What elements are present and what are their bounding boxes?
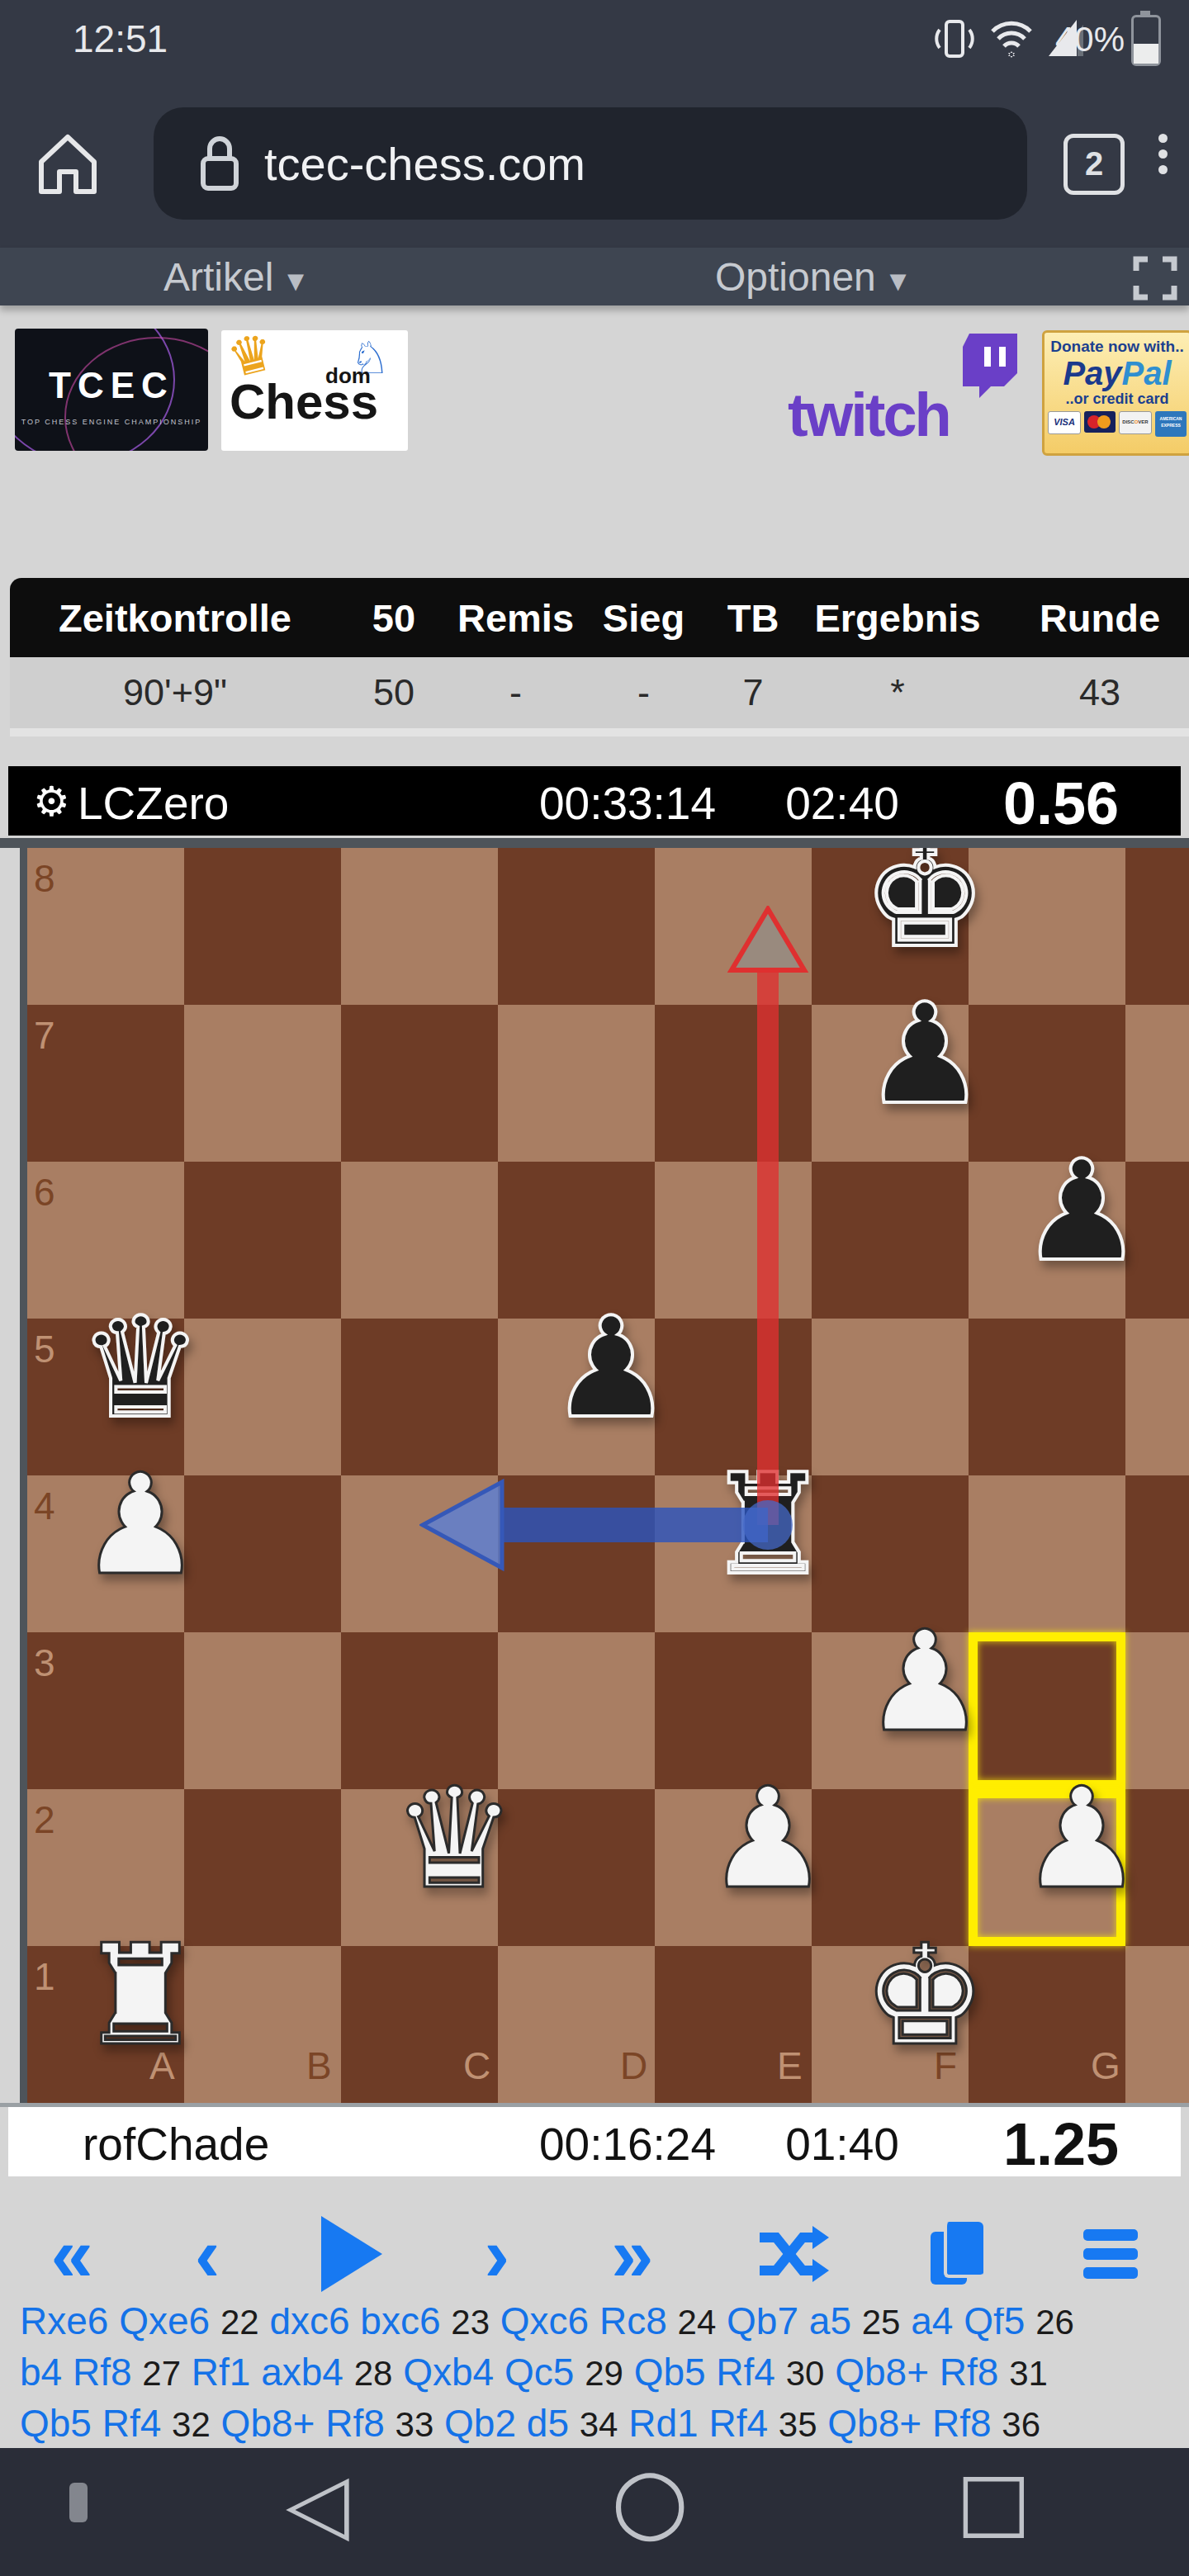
recents-button[interactable]: □ [956, 2455, 1031, 2547]
move-token[interactable]: Qb2 [444, 2402, 516, 2445]
move-token[interactable]: Rf8 [325, 2402, 385, 2445]
visa-icon: VISA [1048, 411, 1081, 434]
fullscreen-icon[interactable] [1133, 256, 1177, 301]
piece-white-pawn-e2[interactable]: ♟ [689, 1760, 846, 1917]
rank-label-7: 7 [34, 1013, 55, 1058]
table-cell: 90'+9" [10, 671, 340, 714]
white-clock: 00:16:24 [520, 2118, 735, 2171]
move-number: 26 [1035, 2308, 1074, 2342]
move-token[interactable]: Rf8 [940, 2351, 999, 2394]
table-cell: - [584, 671, 703, 714]
rank-label-3: 3 [34, 1641, 55, 1685]
paypal-brand: PayPal [1045, 356, 1189, 391]
move-number: 33 [396, 2405, 434, 2444]
move-number: 24 [678, 2308, 717, 2342]
file-label-G: G [1091, 2043, 1120, 2088]
play-button[interactable] [321, 2216, 382, 2292]
twitch-glitch-icon [958, 332, 1022, 403]
board-border-left [20, 848, 27, 2103]
white-player-bar: rofChade 00:16:24 01:40 1.25 [8, 2107, 1181, 2176]
chessdom-word2: dom [325, 363, 371, 389]
table-cell: 7 [703, 671, 803, 714]
move-number: 29 [585, 2354, 623, 2393]
shuffle-icon[interactable] [755, 2219, 829, 2289]
table-cell: 50 [340, 671, 448, 714]
tcec-logo[interactable]: TCEC TOP CHESS ENGINE CHAMPIONSHIP [15, 329, 208, 451]
lock-icon [197, 132, 243, 193]
card-logos: VISA DISCOVER AMERICAN EXPRESS [1045, 411, 1189, 437]
move-token[interactable]: d5 [527, 2402, 569, 2445]
piece-black-pawn-f7[interactable]: ♟ [846, 976, 1003, 1133]
amex-icon: AMERICAN EXPRESS [1155, 411, 1187, 437]
white-eval: 1.25 [958, 2110, 1164, 2178]
copy-icon[interactable] [931, 2222, 982, 2286]
move-number: 30 [786, 2354, 825, 2393]
piece-white-king-f1[interactable]: ♚ [846, 1917, 1003, 2074]
paypal-line2: ..or credit card [1045, 391, 1189, 408]
black-move-time: 02:40 [751, 777, 933, 830]
square-d7[interactable] [498, 1005, 655, 1162]
piece-white-pawn-f3[interactable]: ♟ [846, 1603, 1003, 1760]
table-header-cell: Ergebnis [803, 595, 992, 641]
square-c8[interactable] [341, 848, 498, 1005]
next-move-button[interactable]: › [484, 2213, 509, 2295]
move-number: 31 [1009, 2354, 1048, 2393]
tcec-logo-subtitle: TOP CHESS ENGINE CHAMPIONSHIP [15, 418, 208, 426]
move-token[interactable]: Rxe6 [20, 2308, 108, 2342]
chess-board[interactable]: 87654321ABCDEFGH♚♟♟♛♟♜♟♟♛♟♟♜♚ [27, 848, 1189, 2103]
go-start-button[interactable]: « [51, 2213, 93, 2295]
move-token[interactable]: Qb8+ [827, 2402, 921, 2445]
twitch-word: twitch [788, 380, 950, 450]
piece-black-queen-a5[interactable]: ♛ [62, 1290, 219, 1447]
gear-icon[interactable]: ⚙ [33, 778, 70, 826]
site-menu-bar: Artikel▼ Optionen▼ [0, 248, 1189, 305]
square-h5[interactable] [1125, 1319, 1189, 1475]
move-token[interactable]: Qb5 [20, 2402, 92, 2445]
url-text: tcec-chess.com [264, 137, 585, 191]
table-header-cell: Zeitkontrolle [10, 595, 340, 641]
square-b8[interactable] [184, 848, 341, 1005]
move-token[interactable]: b4 [20, 2351, 62, 2394]
browser-menu-button[interactable] [1154, 127, 1171, 197]
square-b3[interactable] [184, 1632, 341, 1789]
chess-board-frame: 87654321ABCDEFGH♚♟♟♛♟♜♟♟♛♟♟♜♚ [0, 838, 1189, 2107]
tcec-logo-title: TCEC [15, 365, 208, 406]
rank-label-8: 8 [34, 856, 55, 901]
move-token[interactable]: Qb8+ [835, 2351, 929, 2394]
rank-label-5: 5 [34, 1327, 55, 1371]
move-number: 32 [172, 2405, 211, 2444]
move-number: 25 [862, 2308, 901, 2342]
piece-white-queen-c2[interactable]: ♛ [376, 1760, 533, 1917]
table-header-row: Zeitkontrolle50RemisSiegTBErgebnisRunde [10, 578, 1189, 657]
game-nav-controls: « ‹ › » [0, 2203, 1189, 2305]
board-border-top [0, 838, 1189, 848]
file-label-C: C [463, 2043, 490, 2088]
rank-label-4: 4 [34, 1484, 55, 1528]
tab-switcher-button[interactable]: 2 [1063, 134, 1125, 195]
square-c7[interactable] [341, 1005, 498, 1162]
file-label-E: E [777, 2043, 803, 2088]
white-engine-name: rofChade [83, 2118, 269, 2171]
move-token[interactable]: Qc5 [504, 2351, 574, 2394]
menu-artikel[interactable]: Artikel▼ [163, 254, 310, 300]
move-token[interactable]: Rf8 [73, 2351, 132, 2394]
piece-black-pawn-d5[interactable]: ♟ [533, 1290, 689, 1447]
home-icon[interactable] [31, 125, 104, 198]
paypal-donate-button[interactable]: Donate now with.. PayPal ..or credit car… [1042, 330, 1189, 456]
chevron-down-icon: ▼ [282, 265, 310, 296]
move-token[interactable]: Qb7 [727, 2308, 798, 2342]
square-b7[interactable] [184, 1005, 341, 1162]
battery-percent-text: 40% [1055, 20, 1125, 59]
table-header-cell: Runde [992, 595, 1189, 641]
piece-black-king-f8[interactable]: ♚ [846, 848, 1003, 976]
move-token[interactable]: Qb5 [634, 2351, 706, 2394]
square-d8[interactable] [498, 848, 655, 1005]
move-token[interactable]: Qxe6 [119, 2308, 210, 2342]
move-token[interactable]: axb4 [261, 2351, 343, 2394]
black-eval: 0.56 [958, 769, 1164, 837]
menu-optionen[interactable]: Optionen▼ [715, 254, 912, 300]
move-token[interactable]: Rf4 [102, 2402, 162, 2445]
hide-nav-button[interactable] [69, 2483, 88, 2522]
table-header-cell: Sieg [584, 595, 703, 641]
go-end-button[interactable]: » [611, 2213, 653, 2295]
screen: { "status_bar": {"time": "12:51", "batte… [0, 0, 1189, 2576]
android-nav-bar: ◁ ○ □ [0, 2448, 1189, 2576]
table-header-cell: 50 [340, 595, 448, 641]
url-bar[interactable]: tcec-chess.com [154, 107, 1027, 220]
vibrate-icon [933, 18, 976, 59]
move-token[interactable]: a4 [911, 2308, 953, 2342]
square-h4[interactable] [1125, 1475, 1189, 1632]
move-list-line: Qb5 Rf4 32 Qb8+ Rf8 33 Qb2 d5 34 Rd1 Rf4… [20, 2398, 1184, 2448]
move-number: 34 [580, 2405, 618, 2444]
chessdom-logo[interactable]: ♛ ♘ Chess dom [221, 330, 408, 451]
table-header-cell: TB [703, 595, 803, 641]
move-token[interactable]: Rd1 [628, 2402, 698, 2445]
battery-icon [1131, 15, 1161, 66]
move-token[interactable]: Rf4 [708, 2402, 768, 2445]
move-number: 22 [220, 2308, 259, 2342]
move-token[interactable]: bxc6 [360, 2308, 440, 2342]
piece-white-rook-a1[interactable]: ♜ [62, 1917, 219, 2074]
move-token[interactable]: Rf4 [716, 2351, 775, 2394]
back-button[interactable]: ◁ [286, 2455, 349, 2551]
file-label-D: D [620, 2043, 647, 2088]
move-list[interactable]: Rxe6 Qxe6 22 dxc6 bxc6 23 Qxc6 Rc8 24 Qb… [0, 2308, 1189, 2448]
white-move-time: 01:40 [751, 2118, 933, 2171]
discover-icon: DISCOVER [1119, 411, 1152, 434]
move-number: 36 [1002, 2405, 1040, 2444]
move-token[interactable]: Rc8 [599, 2308, 667, 2342]
piece-white-pawn-a4[interactable]: ♟ [62, 1447, 219, 1603]
table-cell: 43 [992, 671, 1189, 714]
clock-text: 12:51 [73, 17, 168, 61]
menu-icon[interactable] [1083, 2222, 1138, 2286]
table-cell: - [448, 671, 584, 714]
black-clock: 00:33:14 [520, 777, 735, 830]
move-token[interactable]: Rf1 [192, 2351, 251, 2394]
move-token[interactable]: Qxc6 [500, 2308, 589, 2342]
square-c6[interactable] [341, 1162, 498, 1319]
move-number: 35 [779, 2405, 817, 2444]
black-player-bar: ⚙ LCZero 00:33:14 02:40 0.56 [8, 766, 1181, 836]
event-standings-table: Zeitkontrolle50RemisSiegTBErgebnisRunde … [10, 578, 1189, 736]
android-status-bar: 12:51 40% [0, 0, 1189, 76]
table-header-cell: Remis [448, 595, 584, 641]
move-number: 23 [451, 2308, 490, 2342]
move-list-line: Rxe6 Qxe6 22 dxc6 bxc6 23 Qxc6 Rc8 24 Qb… [20, 2308, 1184, 2347]
move-token[interactable]: Qxb4 [403, 2351, 494, 2394]
move-list-line: b4 Rf8 27 Rf1 axb4 28 Qxb4 Qc5 29 Qb5 Rf… [20, 2347, 1184, 2398]
rank-label-6: 6 [34, 1170, 55, 1215]
table-cell: * [803, 671, 992, 714]
square-h1[interactable] [1125, 1946, 1189, 2103]
move-number: 27 [142, 2354, 181, 2393]
chevron-down-icon: ▼ [884, 265, 912, 296]
move-token[interactable]: a5 [809, 2308, 851, 2342]
black-engine-name: LCZero [78, 777, 229, 830]
move-number: 28 [354, 2354, 393, 2393]
browser-toolbar: tcec-chess.com 2 [0, 76, 1189, 251]
paypal-line1: Donate now with.. [1045, 338, 1189, 356]
rank-label-2: 2 [34, 1797, 55, 1842]
square-e7[interactable] [655, 1005, 812, 1162]
rank-label-1: 1 [34, 1954, 55, 1999]
prev-move-button[interactable]: ‹ [195, 2213, 220, 2295]
twitch-logo[interactable]: twitch [784, 332, 1032, 452]
move-token[interactable]: dxc6 [269, 2308, 349, 2342]
piece-white-pawn-g2[interactable]: ♟ [1003, 1760, 1160, 1917]
square-d4[interactable] [498, 1475, 655, 1632]
square-c5[interactable] [341, 1319, 498, 1475]
table-row[interactable]: 90'+9"50--7*43 [10, 657, 1189, 728]
move-token[interactable]: Rf8 [932, 2402, 992, 2445]
square-f6[interactable] [812, 1162, 969, 1319]
file-label-B: B [306, 2043, 332, 2088]
square-h8[interactable] [1125, 848, 1189, 1005]
piece-black-pawn-g6[interactable]: ♟ [1003, 1133, 1160, 1290]
wifi-icon [988, 17, 1035, 61]
home-button[interactable]: ○ [611, 2448, 689, 2551]
move-token[interactable]: Qf5 [964, 2308, 1025, 2342]
square-g5[interactable] [969, 1319, 1125, 1475]
move-token[interactable]: Qb8+ [221, 2402, 315, 2445]
mastercard-icon [1084, 411, 1116, 433]
